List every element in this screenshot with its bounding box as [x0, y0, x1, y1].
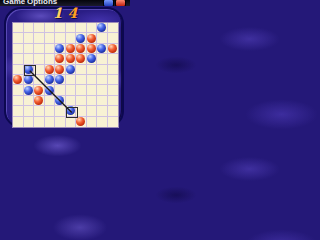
- board-cell[interactable]: [66, 117, 77, 127]
- board-cell[interactable]: [76, 106, 87, 116]
- board-cell[interactable]: [87, 117, 98, 127]
- board-cell[interactable]: [55, 54, 66, 64]
- blue-ball[interactable]: [97, 23, 106, 32]
- board-cell[interactable]: [13, 75, 24, 85]
- board-cell[interactable]: [87, 75, 98, 85]
- board-cell[interactable]: [108, 65, 119, 75]
- board-cell[interactable]: [34, 106, 45, 116]
- board-cell[interactable]: [66, 65, 77, 75]
- blue-ball[interactable]: [24, 86, 33, 95]
- red-ball[interactable]: [34, 96, 43, 105]
- board-cell[interactable]: [45, 33, 56, 43]
- blue-ball[interactable]: [45, 86, 54, 95]
- board-cell[interactable]: [24, 75, 35, 85]
- board-cell[interactable]: [97, 117, 108, 127]
- board-cell[interactable]: [13, 65, 24, 75]
- board-cell[interactable]: [55, 96, 66, 106]
- board-cell[interactable]: [13, 85, 24, 95]
- window-close-button[interactable]: [115, 0, 126, 6]
- score-left: 1: [53, 5, 63, 21]
- board-cell[interactable]: [55, 65, 66, 75]
- board-cell[interactable]: [108, 54, 119, 64]
- board-cell[interactable]: [45, 117, 56, 127]
- board-cell[interactable]: [13, 106, 24, 116]
- board-cell[interactable]: [24, 23, 35, 33]
- board-cell[interactable]: [45, 65, 56, 75]
- blue-ball[interactable]: [55, 96, 64, 105]
- red-ball[interactable]: [45, 65, 54, 74]
- board-cell[interactable]: [108, 23, 119, 33]
- board-cell[interactable]: [45, 96, 56, 106]
- board-cell[interactable]: [55, 33, 66, 43]
- board-cell[interactable]: [24, 44, 35, 54]
- board-cell[interactable]: [66, 75, 77, 85]
- board-cell[interactable]: [34, 44, 45, 54]
- board-cell[interactable]: [45, 85, 56, 95]
- board-cell[interactable]: [66, 85, 77, 95]
- red-ball[interactable]: [66, 44, 75, 53]
- red-ball[interactable]: [87, 34, 96, 43]
- board-cell[interactable]: [24, 85, 35, 95]
- board-cell[interactable]: [66, 44, 77, 54]
- board-cell[interactable]: [87, 44, 98, 54]
- board-cell[interactable]: [55, 117, 66, 127]
- board-cell[interactable]: [76, 33, 87, 43]
- board-cell[interactable]: [34, 65, 45, 75]
- board-cell[interactable]: [87, 65, 98, 75]
- board-cell[interactable]: [66, 96, 77, 106]
- board-cell[interactable]: [13, 96, 24, 106]
- board-cell[interactable]: [97, 23, 108, 33]
- game-board[interactable]: [12, 22, 119, 128]
- board-cell[interactable]: [108, 75, 119, 85]
- selection-marker: [24, 65, 36, 76]
- board-cell[interactable]: [76, 44, 87, 54]
- board-cell[interactable]: [66, 54, 77, 64]
- board-cell[interactable]: [108, 96, 119, 106]
- board-cell[interactable]: [24, 54, 35, 64]
- board-cell[interactable]: [34, 96, 45, 106]
- board-cell[interactable]: [76, 65, 87, 75]
- blue-ball[interactable]: [45, 75, 54, 84]
- board-cell[interactable]: [24, 96, 35, 106]
- board-cell[interactable]: [108, 33, 119, 43]
- blue-ball[interactable]: [55, 75, 64, 84]
- board-cell[interactable]: [108, 106, 119, 116]
- red-ball[interactable]: [55, 54, 64, 63]
- board-cell[interactable]: [108, 44, 119, 54]
- board-cell[interactable]: [34, 75, 45, 85]
- blue-ball[interactable]: [87, 54, 96, 63]
- board-cell[interactable]: [76, 85, 87, 95]
- board-cell[interactable]: [24, 106, 35, 116]
- blue-ball[interactable]: [97, 44, 106, 53]
- board-cell[interactable]: [87, 33, 98, 43]
- board-cell[interactable]: [97, 85, 108, 95]
- board-cell[interactable]: [13, 54, 24, 64]
- board-cell[interactable]: [45, 23, 56, 33]
- board-cell[interactable]: [97, 96, 108, 106]
- board-cell[interactable]: [76, 96, 87, 106]
- board-cell[interactable]: [108, 85, 119, 95]
- score-display: 14: [0, 6, 130, 20]
- board-cell[interactable]: [34, 85, 45, 95]
- red-ball[interactable]: [108, 44, 117, 53]
- board-cell[interactable]: [45, 106, 56, 116]
- board-cell[interactable]: [108, 117, 119, 127]
- board-cell[interactable]: [55, 44, 66, 54]
- board-cell[interactable]: [97, 75, 108, 85]
- board-cell[interactable]: [45, 44, 56, 54]
- board-cell[interactable]: [55, 75, 66, 85]
- red-ball[interactable]: [66, 54, 75, 63]
- board-cell[interactable]: [66, 23, 77, 33]
- board-cell[interactable]: [87, 23, 98, 33]
- menu-bar: Game Options: [0, 0, 130, 6]
- board-cell[interactable]: [13, 117, 24, 127]
- board-cell[interactable]: [13, 33, 24, 43]
- board-cell[interactable]: [24, 33, 35, 43]
- menu-options[interactable]: Options: [27, 0, 57, 6]
- board-cell[interactable]: [55, 85, 66, 95]
- board-cell[interactable]: [34, 33, 45, 43]
- board-cell[interactable]: [66, 33, 77, 43]
- board-cell[interactable]: [34, 54, 45, 64]
- blue-ball[interactable]: [76, 34, 85, 43]
- board-cell[interactable]: [13, 44, 24, 54]
- board-cell[interactable]: [97, 44, 108, 54]
- window-blue-button[interactable]: [103, 0, 114, 6]
- board-cell[interactable]: [76, 54, 87, 64]
- board-cell[interactable]: [97, 65, 108, 75]
- board-cell[interactable]: [34, 23, 45, 33]
- red-ball[interactable]: [87, 44, 96, 53]
- board-cell[interactable]: [76, 23, 87, 33]
- red-ball[interactable]: [55, 65, 64, 74]
- board-cell[interactable]: [76, 117, 87, 127]
- red-ball[interactable]: [76, 117, 85, 126]
- red-ball[interactable]: [34, 86, 43, 95]
- board-cell[interactable]: [34, 117, 45, 127]
- board-cell[interactable]: [55, 106, 66, 116]
- board-cell[interactable]: [97, 33, 108, 43]
- board-cell[interactable]: [13, 23, 24, 33]
- blue-ball[interactable]: [55, 44, 64, 53]
- board-cell[interactable]: [55, 23, 66, 33]
- board-cell[interactable]: [87, 85, 98, 95]
- menu-game[interactable]: Game: [3, 0, 25, 6]
- red-ball[interactable]: [76, 54, 85, 63]
- board-cell[interactable]: [76, 75, 87, 85]
- selection-marker: [66, 107, 78, 118]
- board-cell[interactable]: [24, 117, 35, 127]
- board-cell[interactable]: [97, 106, 108, 116]
- board-cell[interactable]: [45, 75, 56, 85]
- blue-ball[interactable]: [24, 75, 33, 84]
- red-ball[interactable]: [13, 75, 22, 84]
- blue-ball[interactable]: [66, 65, 75, 74]
- board-cell[interactable]: [45, 54, 56, 64]
- board-cell[interactable]: [87, 54, 98, 64]
- red-ball[interactable]: [76, 44, 85, 53]
- score-right: 4: [68, 5, 78, 21]
- board-cell[interactable]: [97, 54, 108, 64]
- board-cell[interactable]: [87, 96, 98, 106]
- board-cell[interactable]: [87, 106, 98, 116]
